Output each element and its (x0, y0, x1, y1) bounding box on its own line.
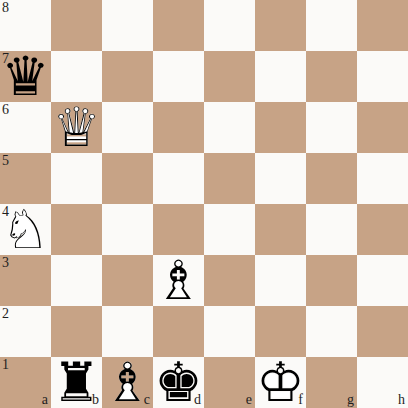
rank-label-4: 4 (2, 205, 9, 219)
rank-label-3: 3 (2, 256, 9, 270)
square-f5[interactable] (255, 153, 306, 204)
square-e6[interactable] (204, 102, 255, 153)
square-a6[interactable]: 6 (0, 102, 51, 153)
rank-label-1: 1 (2, 358, 9, 372)
white-queen-outline: ♕ (51, 102, 102, 153)
square-h6[interactable] (357, 102, 408, 153)
square-h1[interactable]: h (357, 357, 408, 408)
square-e2[interactable] (204, 306, 255, 357)
square-e3[interactable] (204, 255, 255, 306)
square-e7[interactable] (204, 51, 255, 102)
square-e8[interactable] (204, 0, 255, 51)
square-a3[interactable]: 3 (0, 255, 51, 306)
square-f7[interactable] (255, 51, 306, 102)
square-g2[interactable] (306, 306, 357, 357)
file-label-c: c (144, 393, 150, 407)
square-b6[interactable]: ♛♕ (51, 102, 102, 153)
square-b1[interactable]: b♜ (51, 357, 102, 408)
file-label-d: d (194, 393, 201, 407)
square-f6[interactable] (255, 102, 306, 153)
square-b5[interactable] (51, 153, 102, 204)
square-b2[interactable] (51, 306, 102, 357)
square-b8[interactable] (51, 0, 102, 51)
square-g4[interactable] (306, 204, 357, 255)
rank-label-6: 6 (2, 103, 9, 117)
square-h8[interactable] (357, 0, 408, 51)
square-g1[interactable]: g (306, 357, 357, 408)
square-g5[interactable] (306, 153, 357, 204)
square-f8[interactable] (255, 0, 306, 51)
chess-board: 87♛6♛♕54♞♘3♝♗21ab♜c♝♗d♚ef♚♔gh (0, 0, 408, 408)
square-h3[interactable] (357, 255, 408, 306)
square-c2[interactable] (102, 306, 153, 357)
square-a1[interactable]: 1a (0, 357, 51, 408)
square-d2[interactable] (153, 306, 204, 357)
square-d8[interactable] (153, 0, 204, 51)
square-a8[interactable]: 8 (0, 0, 51, 51)
square-d4[interactable] (153, 204, 204, 255)
file-label-f: f (298, 393, 303, 407)
file-label-g: g (347, 393, 354, 407)
square-c6[interactable] (102, 102, 153, 153)
square-a2[interactable]: 2 (0, 306, 51, 357)
square-c3[interactable] (102, 255, 153, 306)
white-bishop-outline: ♗ (153, 255, 204, 306)
square-e5[interactable] (204, 153, 255, 204)
square-g3[interactable] (306, 255, 357, 306)
square-g8[interactable] (306, 0, 357, 51)
file-label-h: h (398, 393, 405, 407)
square-g7[interactable] (306, 51, 357, 102)
square-b7[interactable] (51, 51, 102, 102)
rank-label-8: 8 (2, 1, 9, 15)
square-h7[interactable] (357, 51, 408, 102)
square-c1[interactable]: c♝♗ (102, 357, 153, 408)
square-c7[interactable] (102, 51, 153, 102)
square-c4[interactable] (102, 204, 153, 255)
square-d3[interactable]: ♝♗ (153, 255, 204, 306)
rank-label-5: 5 (2, 154, 9, 168)
file-label-e: e (246, 393, 252, 407)
square-d1[interactable]: d♚ (153, 357, 204, 408)
square-h4[interactable] (357, 204, 408, 255)
square-h2[interactable] (357, 306, 408, 357)
square-b3[interactable] (51, 255, 102, 306)
rank-label-2: 2 (2, 307, 9, 321)
file-label-a: a (42, 393, 48, 407)
square-g6[interactable] (306, 102, 357, 153)
square-d5[interactable] (153, 153, 204, 204)
square-d7[interactable] (153, 51, 204, 102)
piece-white-queen[interactable]: ♛♕ (51, 102, 102, 153)
square-b4[interactable] (51, 204, 102, 255)
square-e1[interactable]: e (204, 357, 255, 408)
square-h5[interactable] (357, 153, 408, 204)
square-e4[interactable] (204, 204, 255, 255)
square-f4[interactable] (255, 204, 306, 255)
file-label-b: b (92, 393, 99, 407)
square-c8[interactable] (102, 0, 153, 51)
rank-label-7: 7 (2, 52, 9, 66)
square-d6[interactable] (153, 102, 204, 153)
square-a4[interactable]: 4♞♘ (0, 204, 51, 255)
square-f3[interactable] (255, 255, 306, 306)
square-a5[interactable]: 5 (0, 153, 51, 204)
square-f1[interactable]: f♚♔ (255, 357, 306, 408)
piece-white-bishop[interactable]: ♝♗ (153, 255, 204, 306)
square-c5[interactable] (102, 153, 153, 204)
square-f2[interactable] (255, 306, 306, 357)
square-a7[interactable]: 7♛ (0, 51, 51, 102)
